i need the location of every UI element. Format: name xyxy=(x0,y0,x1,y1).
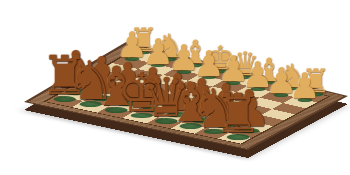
chess-scene: ♜♞♝♛♚♝♞♜♟♟♟♟♟♟♟♟♟♟♟♟♟♟♟♟♜♞♝♛♚♝♞♜ xyxy=(0,0,350,175)
chess-board xyxy=(24,42,348,150)
